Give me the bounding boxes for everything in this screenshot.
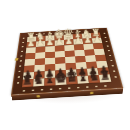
- square-b8: ♞: [88, 75, 100, 83]
- black-rook-icon: ♜: [22, 74, 34, 87]
- black-pawn-icon: ♟: [99, 64, 109, 75]
- square-d8: ♛: [66, 76, 78, 84]
- board-grid: ♜♞♝♚♛♝♞♜♟♟♟♟♟♟♟♟♟♟♟♟♟♟♟♟♜♞♝♚♛♝♞♜: [22, 33, 111, 88]
- square-a6: [96, 61, 108, 68]
- square-h8: ♜: [22, 79, 34, 87]
- chess-board: ♜♞♝♚♛♝♞♜♟♟♟♟♟♟♟♟♟♟♟♟♟♟♟♟♜♞♝♚♛♝♞♜: [11, 28, 123, 95]
- square-f8: ♝: [44, 78, 55, 86]
- square-a7: ♟: [97, 67, 109, 75]
- square-a4: [94, 49, 105, 56]
- square-f4: [45, 52, 55, 59]
- board-tilt: ♜♞♝♚♛♝♞♜♟♟♟♟♟♟♟♟♟♟♟♟♟♟♟♟♜♞♝♚♛♝♞♜: [11, 28, 123, 95]
- square-e8: ♚: [55, 77, 66, 85]
- square-a8: ♜: [99, 74, 112, 82]
- chess-set-product-photo: ♜♞♝♚♛♝♞♜♟♟♟♟♟♟♟♟♟♟♟♟♟♟♟♟♜♞♝♚♛♝♞♜: [0, 0, 130, 130]
- brass-clasp-icon: [15, 58, 19, 61]
- brass-hinge-icon: [36, 94, 40, 97]
- square-a5: [95, 55, 106, 62]
- brass-hinge-icon: [90, 91, 93, 94]
- square-g8: ♞: [33, 78, 44, 86]
- square-f6: [45, 64, 56, 71]
- scene: ♜♞♝♚♛♝♞♜♟♟♟♟♟♟♟♟♟♟♟♟♟♟♟♟♜♞♝♚♛♝♞♜: [13, 5, 117, 109]
- black-pawn-icon: ♟: [56, 67, 66, 78]
